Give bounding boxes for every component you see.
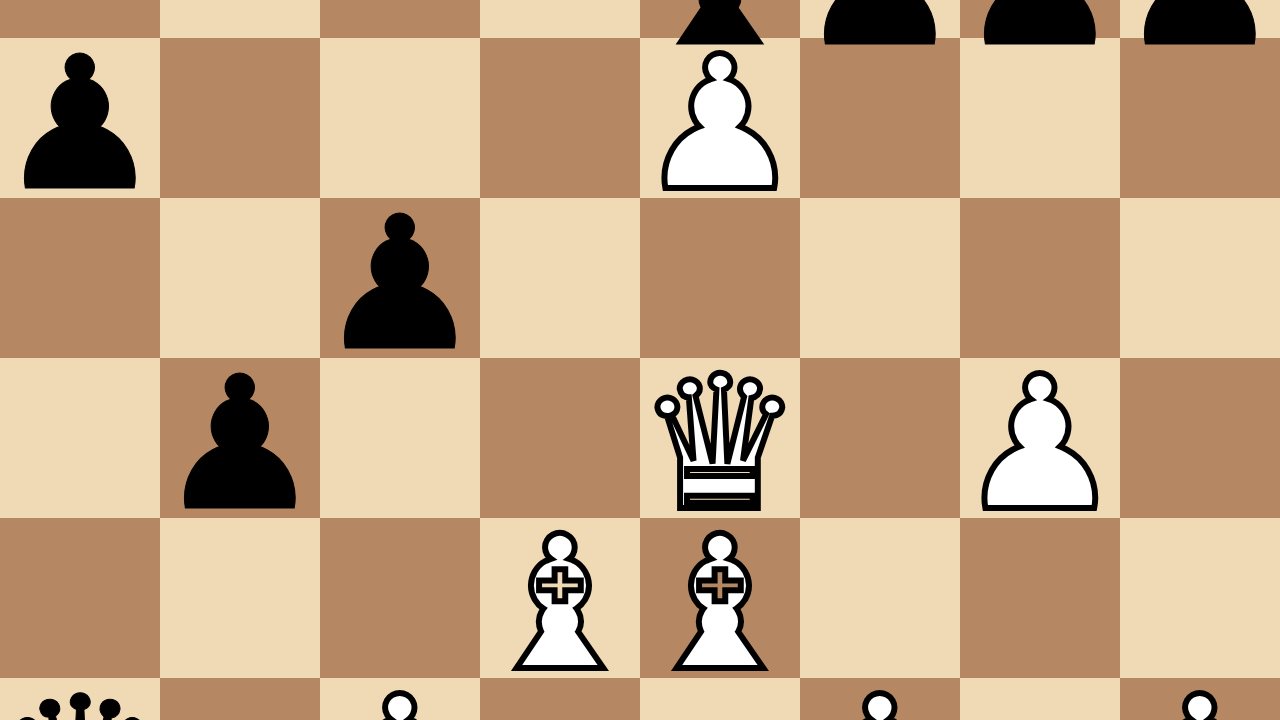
square-c7[interactable] — [320, 0, 480, 38]
chessboard-viewport: ♝♟♟♟♟♟♟♟♛♟♝♝♛♟♟♟ — [0, 0, 1280, 720]
chessboard: ♝♟♟♟♟♟♟♟♛♟♝♝♛♟♟♟ — [0, 0, 1280, 720]
square-b7[interactable] — [160, 0, 320, 38]
square-c6[interactable] — [320, 38, 480, 198]
piece-white-pawn-h2[interactable]: ♟ — [1117, 672, 1280, 720]
square-h4[interactable] — [1120, 358, 1280, 518]
square-a6[interactable]: ♟ — [0, 38, 160, 198]
square-f5[interactable] — [800, 198, 960, 358]
piece-black-pawn-f7[interactable]: ♟ — [797, 0, 963, 73]
square-b6[interactable] — [160, 38, 320, 198]
square-a4[interactable] — [0, 358, 160, 518]
piece-black-pawn-c5[interactable]: ♟ — [317, 192, 483, 377]
square-b2[interactable] — [160, 678, 320, 720]
piece-white-pawn-f2[interactable]: ♟ — [797, 672, 963, 720]
square-d4[interactable] — [480, 358, 640, 518]
piece-black-pawn-g7[interactable]: ♟ — [957, 0, 1123, 73]
square-f7[interactable]: ♟ — [800, 0, 960, 38]
square-g5[interactable] — [960, 198, 1120, 358]
piece-black-queen-a2[interactable]: ♛ — [0, 672, 163, 720]
piece-white-pawn-g4[interactable]: ♟ — [957, 352, 1123, 537]
square-e4[interactable]: ♛ — [640, 358, 800, 518]
square-h7[interactable]: ♟ — [1120, 0, 1280, 38]
piece-black-pawn-a6[interactable]: ♟ — [0, 32, 163, 217]
square-d5[interactable] — [480, 198, 640, 358]
square-g2[interactable] — [960, 678, 1120, 720]
piece-white-bishop-e3[interactable]: ♝ — [637, 512, 803, 697]
square-e3[interactable]: ♝ — [640, 518, 800, 678]
square-h5[interactable] — [1120, 198, 1280, 358]
square-h2[interactable]: ♟ — [1120, 678, 1280, 720]
square-g7[interactable]: ♟ — [960, 0, 1120, 38]
piece-white-pawn-e6[interactable]: ♟ — [637, 32, 803, 217]
square-g4[interactable]: ♟ — [960, 358, 1120, 518]
square-a3[interactable] — [0, 518, 160, 678]
piece-white-pawn-c2[interactable]: ♟ — [317, 672, 483, 720]
square-a2[interactable]: ♛ — [0, 678, 160, 720]
square-c5[interactable]: ♟ — [320, 198, 480, 358]
square-c2[interactable]: ♟ — [320, 678, 480, 720]
square-d6[interactable] — [480, 38, 640, 198]
square-f2[interactable]: ♟ — [800, 678, 960, 720]
square-d3[interactable]: ♝ — [480, 518, 640, 678]
square-e6[interactable]: ♟ — [640, 38, 800, 198]
square-c3[interactable] — [320, 518, 480, 678]
square-d7[interactable] — [480, 0, 640, 38]
square-b4[interactable]: ♟ — [160, 358, 320, 518]
piece-black-pawn-b4[interactable]: ♟ — [157, 352, 323, 537]
square-f3[interactable] — [800, 518, 960, 678]
square-b5[interactable] — [160, 198, 320, 358]
square-h3[interactable] — [1120, 518, 1280, 678]
square-f4[interactable] — [800, 358, 960, 518]
piece-white-bishop-d3[interactable]: ♝ — [477, 512, 643, 697]
piece-black-pawn-h7[interactable]: ♟ — [1117, 0, 1280, 73]
